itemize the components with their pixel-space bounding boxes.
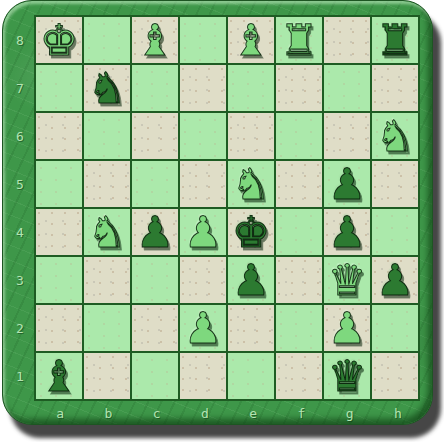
piece-black-knight[interactable]: ♞ bbox=[88, 67, 127, 110]
square-h3[interactable]: ♟ bbox=[372, 257, 418, 303]
piece-white-knight[interactable]: ♞ bbox=[376, 115, 415, 158]
rank-label-3: 3 bbox=[9, 257, 31, 305]
square-g8[interactable] bbox=[324, 17, 370, 63]
square-f8[interactable]: ♜ bbox=[276, 17, 322, 63]
square-b3[interactable] bbox=[84, 257, 130, 303]
square-h8[interactable]: ♜ bbox=[372, 17, 418, 63]
piece-black-king[interactable]: ♚ bbox=[232, 211, 271, 254]
piece-white-queen[interactable]: ♛ bbox=[328, 259, 367, 302]
rank-label-4: 4 bbox=[9, 209, 31, 257]
file-label-g: g bbox=[326, 402, 374, 425]
square-a7[interactable] bbox=[36, 65, 82, 111]
square-e8[interactable]: ♝ bbox=[228, 17, 274, 63]
file-label-h: h bbox=[374, 402, 422, 425]
rank-label-8: 8 bbox=[9, 17, 31, 65]
square-a5[interactable] bbox=[36, 161, 82, 207]
square-e4[interactable]: ♚ bbox=[228, 209, 274, 255]
square-d2[interactable]: ♟ bbox=[180, 305, 226, 351]
rank-label-2: 2 bbox=[9, 305, 31, 353]
piece-white-pawn[interactable]: ♟ bbox=[184, 307, 223, 350]
square-c5[interactable] bbox=[132, 161, 178, 207]
square-g7[interactable] bbox=[324, 65, 370, 111]
square-a1[interactable]: ♝ bbox=[36, 353, 82, 399]
square-h5[interactable] bbox=[372, 161, 418, 207]
square-f4[interactable] bbox=[276, 209, 322, 255]
square-e7[interactable] bbox=[228, 65, 274, 111]
square-e5[interactable]: ♞ bbox=[228, 161, 274, 207]
piece-black-pawn[interactable]: ♟ bbox=[328, 211, 367, 254]
file-label-b: b bbox=[84, 402, 132, 425]
piece-black-pawn[interactable]: ♟ bbox=[136, 211, 175, 254]
square-e1[interactable] bbox=[228, 353, 274, 399]
piece-white-bishop[interactable]: ♝ bbox=[136, 19, 175, 62]
square-a8[interactable]: ♚ bbox=[36, 17, 82, 63]
square-c6[interactable] bbox=[132, 113, 178, 159]
square-c3[interactable] bbox=[132, 257, 178, 303]
file-label-c: c bbox=[133, 402, 181, 425]
piece-white-pawn[interactable]: ♟ bbox=[328, 307, 367, 350]
square-d1[interactable] bbox=[180, 353, 226, 399]
file-label-d: d bbox=[181, 402, 229, 425]
piece-white-pawn[interactable]: ♟ bbox=[184, 211, 223, 254]
square-f1[interactable] bbox=[276, 353, 322, 399]
square-f3[interactable] bbox=[276, 257, 322, 303]
square-d5[interactable] bbox=[180, 161, 226, 207]
piece-black-bishop[interactable]: ♝ bbox=[40, 355, 79, 398]
square-b4[interactable]: ♞ bbox=[84, 209, 130, 255]
square-c1[interactable] bbox=[132, 353, 178, 399]
square-b5[interactable] bbox=[84, 161, 130, 207]
square-b1[interactable] bbox=[84, 353, 130, 399]
square-g5[interactable]: ♟ bbox=[324, 161, 370, 207]
file-label-a: a bbox=[36, 402, 84, 425]
screenshot-stage: ♚♝♝♜♜♞♞♞♟♞♟♟♚♟♟♛♟♟♟♝♛ 87654321 abcdefgh bbox=[0, 0, 444, 442]
rank-label-5: 5 bbox=[9, 161, 31, 209]
square-e3[interactable]: ♟ bbox=[228, 257, 274, 303]
square-a4[interactable] bbox=[36, 209, 82, 255]
square-g1[interactable]: ♛ bbox=[324, 353, 370, 399]
square-f7[interactable] bbox=[276, 65, 322, 111]
square-g3[interactable]: ♛ bbox=[324, 257, 370, 303]
rank-labels: 87654321 bbox=[9, 17, 31, 401]
square-d8[interactable] bbox=[180, 17, 226, 63]
square-g4[interactable]: ♟ bbox=[324, 209, 370, 255]
piece-black-pawn[interactable]: ♟ bbox=[328, 163, 367, 206]
chess-board: ♚♝♝♜♜♞♞♞♟♞♟♟♚♟♟♛♟♟♟♝♛ bbox=[34, 15, 420, 401]
piece-black-pawn[interactable]: ♟ bbox=[376, 259, 415, 302]
square-d7[interactable] bbox=[180, 65, 226, 111]
square-c7[interactable] bbox=[132, 65, 178, 111]
board-frame: ♚♝♝♜♜♞♞♞♟♞♟♟♚♟♟♛♟♟♟♝♛ 87654321 abcdefgh bbox=[2, 0, 433, 425]
square-c8[interactable]: ♝ bbox=[132, 17, 178, 63]
piece-black-rook[interactable]: ♜ bbox=[376, 19, 415, 62]
square-b6[interactable] bbox=[84, 113, 130, 159]
square-a6[interactable] bbox=[36, 113, 82, 159]
square-f5[interactable] bbox=[276, 161, 322, 207]
square-b7[interactable]: ♞ bbox=[84, 65, 130, 111]
piece-white-rook[interactable]: ♜ bbox=[280, 19, 319, 62]
square-b2[interactable] bbox=[84, 305, 130, 351]
piece-white-king[interactable]: ♚ bbox=[40, 19, 79, 62]
square-e6[interactable] bbox=[228, 113, 274, 159]
square-g6[interactable] bbox=[324, 113, 370, 159]
square-h7[interactable] bbox=[372, 65, 418, 111]
square-f6[interactable] bbox=[276, 113, 322, 159]
square-d6[interactable] bbox=[180, 113, 226, 159]
square-h1[interactable] bbox=[372, 353, 418, 399]
square-d4[interactable]: ♟ bbox=[180, 209, 226, 255]
square-g2[interactable]: ♟ bbox=[324, 305, 370, 351]
file-labels: abcdefgh bbox=[36, 402, 422, 425]
square-c2[interactable] bbox=[132, 305, 178, 351]
square-d3[interactable] bbox=[180, 257, 226, 303]
rank-label-6: 6 bbox=[9, 113, 31, 161]
file-label-e: e bbox=[229, 402, 277, 425]
square-h6[interactable]: ♞ bbox=[372, 113, 418, 159]
piece-black-queen[interactable]: ♛ bbox=[328, 355, 367, 398]
square-a2[interactable] bbox=[36, 305, 82, 351]
square-a3[interactable] bbox=[36, 257, 82, 303]
square-b8[interactable] bbox=[84, 17, 130, 63]
piece-white-knight[interactable]: ♞ bbox=[232, 163, 271, 206]
file-label-f: f bbox=[277, 402, 325, 425]
square-h2[interactable] bbox=[372, 305, 418, 351]
piece-white-bishop[interactable]: ♝ bbox=[232, 19, 271, 62]
square-c4[interactable]: ♟ bbox=[132, 209, 178, 255]
square-h4[interactable] bbox=[372, 209, 418, 255]
rank-label-1: 1 bbox=[9, 353, 31, 401]
square-e2[interactable] bbox=[228, 305, 274, 351]
square-f2[interactable] bbox=[276, 305, 322, 351]
rank-label-7: 7 bbox=[9, 65, 31, 113]
piece-black-pawn[interactable]: ♟ bbox=[232, 259, 271, 302]
piece-white-knight[interactable]: ♞ bbox=[88, 211, 127, 254]
